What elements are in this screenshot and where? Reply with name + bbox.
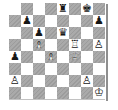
white-king-glyph: ♔ <box>93 87 105 99</box>
square-f1[interactable] <box>69 87 81 99</box>
square-f8[interactable] <box>69 3 81 15</box>
black-queen-e6: ♛ <box>57 27 69 39</box>
square-c1[interactable] <box>33 87 45 99</box>
white-bishop-glyph: ♗ <box>45 51 57 63</box>
square-f4[interactable]: ♛♕ <box>69 51 81 63</box>
chess-board: ♜♚♟♟♟♛♝♗♜♖♟♙♟♝♗♛♕♟♙♟♙♚♔ <box>9 3 105 100</box>
black-king-g8: ♚ <box>81 3 93 15</box>
square-a2[interactable]: ♟♙ <box>9 75 21 87</box>
black-pawn-h7: ♟ <box>93 15 105 27</box>
square-h7[interactable]: ♟ <box>93 15 105 27</box>
square-d3[interactable] <box>45 63 57 75</box>
square-e4[interactable] <box>57 51 69 63</box>
square-b4[interactable] <box>21 51 33 63</box>
white-pawn-glyph: ♙ <box>93 39 105 51</box>
square-b3[interactable] <box>21 63 33 75</box>
square-g7[interactable] <box>81 15 93 27</box>
square-h3[interactable] <box>93 63 105 75</box>
square-d6[interactable] <box>45 27 57 39</box>
square-c5[interactable]: ♝♗ <box>33 39 45 51</box>
square-g4[interactable] <box>81 51 93 63</box>
black-queen-glyph: ♛ <box>57 27 69 39</box>
square-a8[interactable] <box>9 3 21 15</box>
black-pawn-glyph: ♟ <box>21 15 33 27</box>
black-pawn-b7: ♟ <box>21 15 33 27</box>
square-f3[interactable] <box>69 63 81 75</box>
white-pawn-h5: ♟♙ <box>93 39 105 51</box>
square-h5[interactable]: ♟♙ <box>93 39 105 51</box>
square-c4[interactable] <box>33 51 45 63</box>
square-a6[interactable] <box>9 27 21 39</box>
square-g2[interactable]: ♟♙ <box>81 75 93 87</box>
square-c2[interactable] <box>33 75 45 87</box>
black-rook-e8: ♜ <box>57 3 69 15</box>
square-d7[interactable] <box>45 15 57 27</box>
square-h1[interactable]: ♚♔ <box>93 87 105 99</box>
square-e3[interactable] <box>57 63 69 75</box>
square-b2[interactable] <box>21 75 33 87</box>
square-e2[interactable] <box>57 75 69 87</box>
square-b1[interactable] <box>21 87 33 99</box>
black-pawn-glyph: ♟ <box>9 51 21 63</box>
white-bishop-glyph: ♗ <box>33 39 45 51</box>
square-d8[interactable] <box>45 3 57 15</box>
white-queen-f4: ♛♕ <box>69 51 81 63</box>
square-h4[interactable] <box>93 51 105 63</box>
square-g5[interactable] <box>81 39 93 51</box>
square-e5[interactable] <box>57 39 69 51</box>
chess-diagram: ♜♚♟♟♟♛♝♗♜♖♟♙♟♝♗♛♕♟♙♟♙♚♔ <box>0 0 118 110</box>
right-border-line <box>106 4 108 101</box>
black-rook-glyph: ♜ <box>57 3 69 15</box>
square-f7[interactable] <box>69 15 81 27</box>
square-d4[interactable]: ♝♗ <box>45 51 57 63</box>
square-d2[interactable] <box>45 75 57 87</box>
white-pawn-g2: ♟♙ <box>81 75 93 87</box>
black-pawn-glyph: ♟ <box>93 15 105 27</box>
white-pawn-glyph: ♙ <box>81 75 93 87</box>
white-pawn-glyph: ♙ <box>9 75 21 87</box>
square-a7[interactable] <box>9 15 21 27</box>
square-c3[interactable] <box>33 63 45 75</box>
white-bishop-d4: ♝♗ <box>45 51 57 63</box>
square-e8[interactable]: ♜ <box>57 3 69 15</box>
white-queen-glyph: ♕ <box>69 51 81 63</box>
square-d1[interactable] <box>45 87 57 99</box>
square-f2[interactable] <box>69 75 81 87</box>
square-a1[interactable] <box>9 87 21 99</box>
square-b6[interactable] <box>21 27 33 39</box>
square-b7[interactable]: ♟ <box>21 15 33 27</box>
square-e6[interactable]: ♛ <box>57 27 69 39</box>
square-a4[interactable]: ♟ <box>9 51 21 63</box>
square-b5[interactable] <box>21 39 33 51</box>
square-g6[interactable] <box>81 27 93 39</box>
black-pawn-a4: ♟ <box>9 51 21 63</box>
white-pawn-a2: ♟♙ <box>9 75 21 87</box>
square-e1[interactable] <box>57 87 69 99</box>
square-g1[interactable] <box>81 87 93 99</box>
black-king-glyph: ♚ <box>81 3 93 15</box>
square-c8[interactable] <box>33 3 45 15</box>
white-king-h1: ♚♔ <box>93 87 105 99</box>
square-g8[interactable]: ♚ <box>81 3 93 15</box>
white-bishop-c5: ♝♗ <box>33 39 45 51</box>
